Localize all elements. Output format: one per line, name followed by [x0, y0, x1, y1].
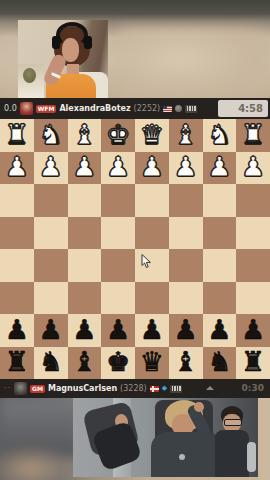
square[interactable] [0, 282, 34, 315]
piece-bP[interactable]: ♟ [0, 313, 34, 346]
globe-icon [175, 105, 182, 112]
square[interactable] [169, 184, 203, 217]
piece-bB[interactable]: ♝ [169, 346, 203, 379]
square[interactable] [203, 249, 237, 282]
piece-bB[interactable]: ♝ [68, 346, 102, 379]
clock-white: 4:58 [218, 100, 268, 117]
piece-wP[interactable]: ♟ [236, 151, 270, 184]
puma-logo [179, 454, 185, 460]
piece-bP[interactable]: ♟ [169, 313, 203, 346]
piece-wQ[interactable]: ♛ [135, 118, 169, 151]
square[interactable]: ♜ [0, 119, 34, 152]
square[interactable]: ♝ [68, 119, 102, 152]
piece-wP[interactable]: ♟ [34, 151, 68, 184]
piece-bP[interactable]: ♟ [135, 313, 169, 346]
square[interactable]: ♟ [135, 314, 169, 347]
player-avatar[interactable] [14, 382, 27, 395]
square[interactable]: ♟ [236, 152, 270, 185]
square[interactable] [236, 217, 270, 250]
square[interactable] [0, 217, 34, 250]
streamer-webcam-bottom [73, 398, 258, 477]
square[interactable] [34, 282, 68, 315]
diamond-membership-icon: ◆ [162, 385, 167, 392]
square[interactable] [101, 184, 135, 217]
square[interactable]: ♟ [203, 314, 237, 347]
piece-bP[interactable]: ♟ [236, 313, 270, 346]
square[interactable] [203, 282, 237, 315]
square[interactable]: ♟ [135, 152, 169, 185]
hand-over-face [62, 38, 79, 62]
square[interactable]: ♝ [68, 347, 102, 380]
player-name[interactable]: AlexandraBotez [59, 104, 130, 113]
square[interactable]: ♟ [68, 314, 102, 347]
square[interactable]: ♟ [0, 152, 34, 185]
square[interactable]: ♞ [203, 347, 237, 380]
piece-wP[interactable]: ♟ [203, 151, 237, 184]
piece-wP[interactable]: ♟ [169, 151, 203, 184]
video-bars-icon [185, 105, 197, 113]
piece-bN[interactable]: ♞ [34, 346, 68, 379]
square[interactable]: ♝ [169, 119, 203, 152]
square[interactable] [0, 184, 34, 217]
magnus-hand [194, 402, 204, 412]
video-frame: 0.0 WFM AlexandraBotez (2252) 4:58 ♜♞♝♚♛… [0, 0, 270, 480]
video-bars-icon [170, 385, 182, 393]
square[interactable]: ♟ [101, 152, 135, 185]
blur-blob [120, 28, 270, 98]
piece-bR[interactable]: ♜ [236, 346, 270, 379]
square[interactable] [169, 282, 203, 315]
square[interactable] [101, 217, 135, 250]
square[interactable] [34, 249, 68, 282]
player-name[interactable]: MagnusCarlsen [48, 384, 117, 393]
player-avatar[interactable] [20, 102, 33, 115]
square[interactable]: ♟ [203, 152, 237, 185]
square[interactable]: ♝ [169, 347, 203, 380]
square[interactable] [68, 282, 102, 315]
player-bar-bottom: ·· GM MagnusCarlsen (3228) ◆ 0:30 [0, 379, 270, 398]
score-text: 0.0 [4, 104, 17, 113]
square[interactable]: ♜ [0, 347, 34, 380]
piece-wB[interactable]: ♝ [68, 118, 102, 151]
mouse-cursor [141, 254, 152, 269]
square[interactable]: ♞ [34, 347, 68, 380]
square[interactable]: ♟ [0, 314, 34, 347]
plush-toy [23, 68, 36, 83]
square[interactable]: ♚ [101, 347, 135, 380]
piece-wR[interactable]: ♜ [236, 118, 270, 151]
square[interactable]: ♞ [34, 119, 68, 152]
piece-bP[interactable]: ♟ [34, 313, 68, 346]
piece-wP[interactable]: ♟ [135, 151, 169, 184]
square[interactable]: ♟ [169, 152, 203, 185]
headphone-earcup [52, 36, 60, 49]
square[interactable] [135, 282, 169, 315]
blur-blob [0, 446, 76, 480]
square[interactable]: ♜ [236, 119, 270, 152]
player-rating: (3228) [120, 384, 147, 393]
square[interactable] [236, 184, 270, 217]
square[interactable]: ♟ [68, 152, 102, 185]
square[interactable] [135, 184, 169, 217]
drag-dots: ·· [4, 384, 11, 393]
square[interactable] [203, 217, 237, 250]
clock-white-time: 4:58 [238, 103, 263, 114]
piece-bQ[interactable]: ♛ [135, 346, 169, 379]
player-rating: (2252) [134, 104, 161, 113]
square[interactable] [169, 249, 203, 282]
square[interactable]: ♚ [101, 119, 135, 152]
clock-black-time: 0:30 [242, 383, 264, 393]
piece-wK[interactable]: ♚ [101, 118, 135, 151]
square[interactable]: ♛ [135, 119, 169, 152]
person-right-body [215, 430, 249, 477]
square[interactable] [101, 282, 135, 315]
bottle [247, 442, 256, 472]
piece-bR[interactable]: ♜ [0, 346, 34, 379]
glasses [224, 419, 242, 426]
piece-wN[interactable]: ♞ [203, 118, 237, 151]
us-flag-icon [163, 106, 172, 112]
piece-bP[interactable]: ♟ [203, 313, 237, 346]
piece-bN[interactable]: ♞ [203, 346, 237, 379]
square[interactable]: ♜ [236, 347, 270, 380]
square[interactable]: ♟ [236, 314, 270, 347]
piece-wP[interactable]: ♟ [101, 151, 135, 184]
square[interactable] [68, 184, 102, 217]
piece-wP[interactable]: ♟ [0, 151, 34, 184]
piece-bP[interactable]: ♟ [101, 313, 135, 346]
square[interactable] [135, 217, 169, 250]
title-badge: GM [30, 385, 45, 393]
square[interactable] [236, 249, 270, 282]
headphone-earcup [84, 36, 92, 49]
square[interactable] [236, 282, 270, 315]
square[interactable] [34, 217, 68, 250]
player-bar-top: 0.0 WFM AlexandraBotez (2252) 4:58 [0, 98, 270, 119]
piece-wB[interactable]: ♝ [169, 118, 203, 151]
square[interactable]: ♟ [34, 152, 68, 185]
chess-board[interactable]: ♜♞♝♚♛♝♞♜♟♟♟♟♟♟♟♟♟♟♟♟♟♟♟♟♜♞♝♚♛♝♞♜ [0, 119, 270, 379]
square[interactable]: ♟ [169, 314, 203, 347]
square[interactable]: ♟ [101, 314, 135, 347]
square[interactable]: ♟ [34, 314, 68, 347]
title-badge: WFM [36, 105, 57, 113]
piece-wN[interactable]: ♞ [34, 118, 68, 151]
chevron-up-icon[interactable] [206, 386, 214, 390]
piece-wR[interactable]: ♜ [0, 118, 34, 151]
piece-bP[interactable]: ♟ [68, 313, 102, 346]
square[interactable] [203, 184, 237, 217]
square[interactable]: ♞ [203, 119, 237, 152]
square[interactable] [68, 217, 102, 250]
square[interactable] [0, 249, 34, 282]
norway-flag-icon [150, 386, 159, 392]
square[interactable] [68, 249, 102, 282]
square[interactable] [169, 217, 203, 250]
square[interactable] [101, 249, 135, 282]
magnus-hoodie [151, 432, 223, 477]
square[interactable] [34, 184, 68, 217]
piece-bK[interactable]: ♚ [101, 346, 135, 379]
streamer-webcam-top [18, 20, 108, 98]
piece-wP[interactable]: ♟ [68, 151, 102, 184]
square[interactable]: ♛ [135, 347, 169, 380]
